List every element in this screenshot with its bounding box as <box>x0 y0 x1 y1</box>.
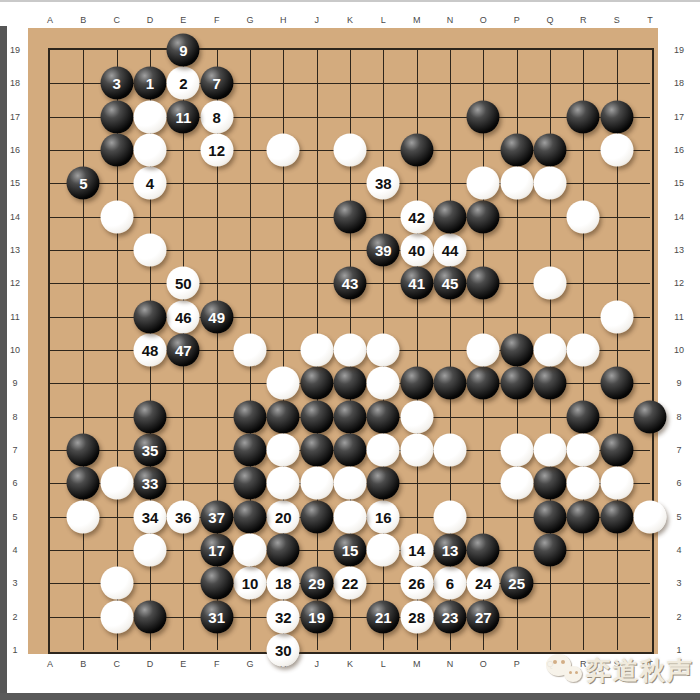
stone-S17 <box>600 100 633 133</box>
stone-L2: 21 <box>367 600 400 633</box>
stone-C2 <box>100 600 133 633</box>
stone-M12: 41 <box>400 267 433 300</box>
stone-G8 <box>234 400 267 433</box>
stone-J10 <box>300 334 333 367</box>
stone-F4: 17 <box>200 534 233 567</box>
col-label-top-T: T <box>647 16 653 25</box>
stone-Q9 <box>534 367 567 400</box>
row-label-right-15: 15 <box>674 179 684 188</box>
stone-M8 <box>400 400 433 433</box>
row-label-right-16: 16 <box>674 146 684 155</box>
stone-N9 <box>434 367 467 400</box>
col-label-bottom-B: B <box>80 660 86 669</box>
row-label-right-12: 12 <box>674 279 684 288</box>
row-label-right-14: 14 <box>674 212 684 221</box>
stone-J7 <box>300 434 333 467</box>
col-label-top-L: L <box>381 16 386 25</box>
row-label-left-14: 14 <box>10 212 20 221</box>
stone-F3 <box>200 567 233 600</box>
col-label-top-E: E <box>180 16 186 25</box>
stone-G6 <box>234 467 267 500</box>
col-label-bottom-E: E <box>180 660 186 669</box>
stone-Q16 <box>534 134 567 167</box>
col-label-top-S: S <box>614 16 620 25</box>
stone-L9 <box>367 367 400 400</box>
stone-L15: 38 <box>367 167 400 200</box>
row-label-left-7: 7 <box>12 446 17 455</box>
row-label-left-16: 16 <box>10 146 20 155</box>
stone-B6 <box>67 467 100 500</box>
row-label-right-13: 13 <box>674 246 684 255</box>
stone-K3: 22 <box>334 567 367 600</box>
wechat-icon <box>544 652 586 688</box>
col-label-top-P: P <box>514 16 520 25</box>
stone-M7 <box>400 434 433 467</box>
stone-K7 <box>334 434 367 467</box>
stone-Q7 <box>534 434 567 467</box>
stone-P10 <box>500 334 533 367</box>
stone-L13: 39 <box>367 234 400 267</box>
stone-D11 <box>134 300 167 333</box>
stone-L7 <box>367 434 400 467</box>
photo-edge-left <box>0 26 7 700</box>
photo-edge-top <box>0 0 700 2</box>
row-label-left-6: 6 <box>12 479 17 488</box>
col-label-top-B: B <box>80 16 86 25</box>
stone-D17 <box>134 100 167 133</box>
stone-O14 <box>467 200 500 233</box>
col-label-top-D: D <box>147 16 154 25</box>
stone-D16 <box>134 134 167 167</box>
stone-Q4 <box>534 534 567 567</box>
row-label-right-3: 3 <box>676 579 681 588</box>
stone-G4 <box>234 534 267 567</box>
row-label-left-13: 13 <box>10 246 20 255</box>
stone-D5: 34 <box>134 500 167 533</box>
stone-R14 <box>567 200 600 233</box>
stone-D18: 1 <box>134 67 167 100</box>
stone-H6 <box>267 467 300 500</box>
stone-H9 <box>267 367 300 400</box>
stone-Q12 <box>534 267 567 300</box>
row-label-right-8: 8 <box>676 412 681 421</box>
stone-K6 <box>334 467 367 500</box>
stone-R10 <box>567 334 600 367</box>
stone-E5: 36 <box>167 500 200 533</box>
stone-F17: 8 <box>200 100 233 133</box>
row-label-right-17: 17 <box>674 112 684 121</box>
row-label-right-5: 5 <box>676 512 681 521</box>
col-label-bottom-J: J <box>314 660 319 669</box>
row-label-right-2: 2 <box>676 612 681 621</box>
stone-M2: 28 <box>400 600 433 633</box>
row-label-right-19: 19 <box>674 46 684 55</box>
row-label-left-12: 12 <box>10 279 20 288</box>
stone-H4 <box>267 534 300 567</box>
stone-S7 <box>600 434 633 467</box>
row-label-right-10: 10 <box>674 346 684 355</box>
stone-J5 <box>300 500 333 533</box>
stone-J8 <box>300 400 333 433</box>
stone-K9 <box>334 367 367 400</box>
stone-O12 <box>467 267 500 300</box>
stone-P6 <box>500 467 533 500</box>
stone-N12: 45 <box>434 267 467 300</box>
stone-F16: 12 <box>200 134 233 167</box>
stone-N2: 23 <box>434 600 467 633</box>
stone-R8 <box>567 400 600 433</box>
stone-P9 <box>500 367 533 400</box>
stone-Q6 <box>534 467 567 500</box>
col-label-bottom-F: F <box>214 660 220 669</box>
row-label-left-18: 18 <box>10 79 20 88</box>
col-label-top-M: M <box>413 16 421 25</box>
stone-S6 <box>600 467 633 500</box>
stone-J9 <box>300 367 333 400</box>
stone-E17: 11 <box>167 100 200 133</box>
stone-O15 <box>467 167 500 200</box>
stone-N13: 44 <box>434 234 467 267</box>
row-label-left-2: 2 <box>12 612 17 621</box>
stone-O4 <box>467 534 500 567</box>
stone-C16 <box>100 134 133 167</box>
stone-J6 <box>300 467 333 500</box>
stone-O17 <box>467 100 500 133</box>
col-label-top-H: H <box>280 16 287 25</box>
go-kifu-diagram: AABBCCDDEEFFGGHHJJKKLLMMNNOOPPQQRRSSTT19… <box>0 0 700 700</box>
row-label-left-3: 3 <box>12 579 17 588</box>
row-label-left-1: 1 <box>12 646 17 655</box>
stone-H16 <box>267 134 300 167</box>
row-label-left-8: 8 <box>12 412 17 421</box>
stone-P7 <box>500 434 533 467</box>
stone-M3: 26 <box>400 567 433 600</box>
stone-F2: 31 <box>200 600 233 633</box>
col-label-top-F: F <box>214 16 220 25</box>
stone-M13: 40 <box>400 234 433 267</box>
stone-B5 <box>67 500 100 533</box>
stone-K5 <box>334 500 367 533</box>
col-label-top-C: C <box>113 16 120 25</box>
stone-G5 <box>234 500 267 533</box>
stone-N5 <box>434 500 467 533</box>
stone-K4: 15 <box>334 534 367 567</box>
stone-R17 <box>567 100 600 133</box>
stone-S16 <box>600 134 633 167</box>
stone-D10: 48 <box>134 334 167 367</box>
stone-L5: 16 <box>367 500 400 533</box>
col-label-bottom-G: G <box>246 660 253 669</box>
row-label-left-5: 5 <box>12 512 17 521</box>
stone-B15: 5 <box>67 167 100 200</box>
row-label-right-9: 9 <box>676 379 681 388</box>
stone-C3 <box>100 567 133 600</box>
stone-C17 <box>100 100 133 133</box>
stone-F5: 37 <box>200 500 233 533</box>
stone-M16 <box>400 134 433 167</box>
stone-K16 <box>334 134 367 167</box>
stone-N4: 13 <box>434 534 467 567</box>
stone-E11: 46 <box>167 300 200 333</box>
col-label-top-R: R <box>580 16 587 25</box>
row-label-left-9: 9 <box>12 379 17 388</box>
col-label-bottom-D: D <box>147 660 154 669</box>
row-label-left-15: 15 <box>10 179 20 188</box>
stone-E18: 2 <box>167 67 200 100</box>
stone-L10 <box>367 334 400 367</box>
stone-G10 <box>234 334 267 367</box>
stone-D8 <box>134 400 167 433</box>
row-label-left-10: 10 <box>10 346 20 355</box>
col-label-bottom-C: C <box>113 660 120 669</box>
stone-P15 <box>500 167 533 200</box>
stone-O2: 27 <box>467 600 500 633</box>
stone-R5 <box>567 500 600 533</box>
stone-O10 <box>467 334 500 367</box>
stone-N3: 6 <box>434 567 467 600</box>
stone-G3: 10 <box>234 567 267 600</box>
stone-K10 <box>334 334 367 367</box>
stone-E19: 9 <box>167 34 200 67</box>
stone-H7 <box>267 434 300 467</box>
stone-D2 <box>134 600 167 633</box>
col-label-bottom-L: L <box>381 660 386 669</box>
watermark: 弈道秋声 <box>544 652 694 688</box>
stone-T5 <box>634 500 667 533</box>
row-label-right-4: 4 <box>676 546 681 555</box>
stone-J3: 29 <box>300 567 333 600</box>
row-label-left-19: 19 <box>10 46 20 55</box>
row-label-right-18: 18 <box>674 79 684 88</box>
row-label-left-17: 17 <box>10 112 20 121</box>
stone-Q5 <box>534 500 567 533</box>
stone-Q15 <box>534 167 567 200</box>
row-label-left-4: 4 <box>12 546 17 555</box>
row-label-right-6: 6 <box>676 479 681 488</box>
stone-D15: 4 <box>134 167 167 200</box>
stone-F11: 49 <box>200 300 233 333</box>
col-label-top-G: G <box>246 16 253 25</box>
stone-B7 <box>67 434 100 467</box>
stone-T8 <box>634 400 667 433</box>
stone-L6 <box>367 467 400 500</box>
stone-M4: 14 <box>400 534 433 567</box>
watermark-text: 弈道秋声 <box>586 654 694 687</box>
col-label-bottom-K: K <box>347 660 353 669</box>
col-label-top-O: O <box>480 16 487 25</box>
stone-M14: 42 <box>400 200 433 233</box>
col-label-top-N: N <box>447 16 454 25</box>
stone-H5: 20 <box>267 500 300 533</box>
stone-K8 <box>334 400 367 433</box>
stone-O9 <box>467 367 500 400</box>
stone-E10: 47 <box>167 334 200 367</box>
col-label-bottom-P: P <box>514 660 520 669</box>
stone-M9 <box>400 367 433 400</box>
col-label-bottom-N: N <box>447 660 454 669</box>
stone-N14 <box>434 200 467 233</box>
stone-C18: 3 <box>100 67 133 100</box>
stone-Q10 <box>534 334 567 367</box>
row-label-right-7: 7 <box>676 446 681 455</box>
stone-D7: 35 <box>134 434 167 467</box>
row-label-left-11: 11 <box>10 312 19 321</box>
stone-F18: 7 <box>200 67 233 100</box>
stone-E12: 50 <box>167 267 200 300</box>
stone-J2: 19 <box>300 600 333 633</box>
stone-H1: 30 <box>267 634 300 667</box>
stone-G7 <box>234 434 267 467</box>
stone-R6 <box>567 467 600 500</box>
stone-P3: 25 <box>500 567 533 600</box>
photo-edge-bottom <box>0 693 700 700</box>
stone-D6: 33 <box>134 467 167 500</box>
stone-S11 <box>600 300 633 333</box>
stone-O3: 24 <box>467 567 500 600</box>
stone-K14 <box>334 200 367 233</box>
col-label-bottom-O: O <box>480 660 487 669</box>
col-label-bottom-M: M <box>413 660 421 669</box>
stone-C6 <box>100 467 133 500</box>
stone-K12: 43 <box>334 267 367 300</box>
stone-P16 <box>500 134 533 167</box>
stone-H3: 18 <box>267 567 300 600</box>
stone-S5 <box>600 500 633 533</box>
stone-N7 <box>434 434 467 467</box>
stone-H8 <box>267 400 300 433</box>
stone-C14 <box>100 200 133 233</box>
col-label-top-A: A <box>47 16 53 25</box>
col-label-top-Q: Q <box>546 16 553 25</box>
stone-D4 <box>134 534 167 567</box>
stone-S9 <box>600 367 633 400</box>
stone-H2: 32 <box>267 600 300 633</box>
stone-L8 <box>367 400 400 433</box>
col-label-top-J: J <box>314 16 319 25</box>
col-label-top-K: K <box>347 16 353 25</box>
row-label-right-11: 11 <box>674 312 683 321</box>
stone-L4 <box>367 534 400 567</box>
stone-D13 <box>134 234 167 267</box>
stone-R7 <box>567 434 600 467</box>
col-label-bottom-A: A <box>47 660 53 669</box>
